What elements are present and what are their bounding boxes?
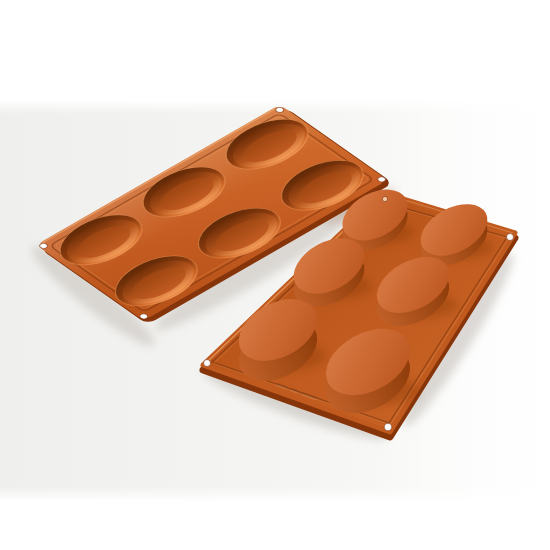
corner-hole: [507, 234, 514, 241]
product-photo: [0, 0, 550, 550]
corner-hole: [382, 196, 387, 201]
photo-canvas: [0, 0, 550, 550]
corner-hole: [204, 360, 211, 367]
corner-hole: [384, 423, 392, 431]
